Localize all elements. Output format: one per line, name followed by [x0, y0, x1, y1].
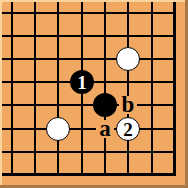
grid-line-vertical-3: [57, 2, 59, 176]
board-background: [0, 0, 188, 188]
grid-line-horizontal-6: [2, 128, 176, 130]
black-stone-move-1: 1: [70, 70, 94, 94]
grid-line-horizontal-5: [2, 104, 176, 106]
board-frame-right: [185, 0, 188, 188]
grid-line-vertical-5: [104, 2, 106, 176]
white-stone-move-2: 2: [116, 117, 140, 141]
board-edge-line-bottom: [2, 173, 176, 176]
grid-line-vertical-1: [11, 2, 13, 176]
black-stone: [93, 93, 117, 117]
board-edge-line-right: [173, 2, 176, 176]
go-board-diagram: ab12: [0, 0, 188, 188]
point-label-b: b: [119, 96, 137, 114]
board-frame-bottom: [0, 185, 188, 188]
grid-line-horizontal-7: [2, 151, 176, 153]
board-frame-left: [0, 0, 2, 188]
grid-line-vertical-2: [34, 2, 36, 176]
grid-line-vertical-7: [151, 2, 153, 176]
white-stone: [46, 117, 70, 141]
grid-line-horizontal-2: [2, 35, 176, 37]
white-stone: [116, 47, 140, 71]
board-frame-top: [0, 0, 188, 2]
point-label-a: a: [96, 120, 114, 138]
grid-line-vertical-6: [127, 2, 129, 176]
grid-line-horizontal-3: [2, 58, 176, 60]
grid-line-horizontal-1: [2, 12, 176, 14]
